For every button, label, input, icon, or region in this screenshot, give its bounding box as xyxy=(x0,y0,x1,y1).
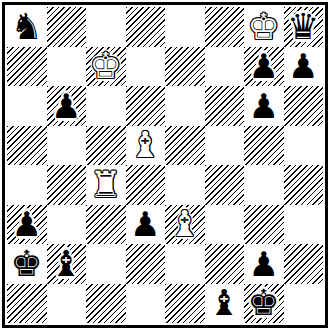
square-a5[interactable] xyxy=(7,126,47,166)
square-f8[interactable] xyxy=(205,7,245,47)
square-b5[interactable] xyxy=(47,126,87,166)
square-d5[interactable]: ♝ xyxy=(126,126,166,166)
square-c8[interactable] xyxy=(86,7,126,47)
square-f1[interactable]: ♝ xyxy=(205,284,245,324)
piece-black-pawn[interactable]: ♟ xyxy=(51,89,81,123)
square-f2[interactable] xyxy=(205,244,245,284)
chess-diagram: ♞♚♛♚♟♟♟♟♝♜♟♟♝♚♝♟♝♚ xyxy=(0,0,332,332)
square-e3[interactable]: ♝ xyxy=(165,205,205,245)
piece-white-king[interactable]: ♚ xyxy=(90,48,122,84)
piece-black-pawn[interactable]: ♟ xyxy=(288,49,318,83)
piece-white-bishop[interactable]: ♝ xyxy=(169,206,201,242)
square-b4[interactable] xyxy=(47,165,87,205)
piece-black-king[interactable]: ♚ xyxy=(248,285,280,321)
square-c2[interactable] xyxy=(86,244,126,284)
square-h3[interactable] xyxy=(284,205,324,245)
square-g2[interactable]: ♟ xyxy=(244,244,284,284)
square-h2[interactable] xyxy=(284,244,324,284)
square-h4[interactable] xyxy=(284,165,324,205)
square-d8[interactable] xyxy=(126,7,166,47)
square-d3[interactable]: ♟ xyxy=(126,205,166,245)
square-c3[interactable] xyxy=(86,205,126,245)
square-c1[interactable] xyxy=(86,284,126,324)
square-d4[interactable] xyxy=(126,165,166,205)
square-f3[interactable] xyxy=(205,205,245,245)
square-g3[interactable] xyxy=(244,205,284,245)
square-a8[interactable]: ♞ xyxy=(7,7,47,47)
square-g5[interactable] xyxy=(244,126,284,166)
piece-black-king[interactable]: ♚ xyxy=(11,246,43,282)
square-a7[interactable] xyxy=(7,47,47,87)
square-g7[interactable]: ♟ xyxy=(244,47,284,87)
square-f4[interactable] xyxy=(205,165,245,205)
square-a6[interactable] xyxy=(7,86,47,126)
square-c7[interactable]: ♚ xyxy=(86,47,126,87)
piece-black-pawn[interactable]: ♟ xyxy=(130,207,160,241)
piece-white-rook[interactable]: ♜ xyxy=(90,167,122,203)
square-b1[interactable] xyxy=(47,284,87,324)
square-f7[interactable] xyxy=(205,47,245,87)
square-c5[interactable] xyxy=(86,126,126,166)
piece-black-knight[interactable]: ♞ xyxy=(11,9,43,45)
square-b2[interactable]: ♝ xyxy=(47,244,87,284)
square-e2[interactable] xyxy=(165,244,205,284)
square-b7[interactable] xyxy=(47,47,87,87)
square-f5[interactable] xyxy=(205,126,245,166)
square-g1[interactable]: ♚ xyxy=(244,284,284,324)
square-a4[interactable] xyxy=(7,165,47,205)
piece-black-bishop[interactable]: ♝ xyxy=(50,246,82,282)
square-a1[interactable] xyxy=(7,284,47,324)
square-f6[interactable] xyxy=(205,86,245,126)
square-g6[interactable]: ♟ xyxy=(244,86,284,126)
piece-white-bishop[interactable]: ♝ xyxy=(129,127,161,163)
square-c4[interactable]: ♜ xyxy=(86,165,126,205)
square-b6[interactable]: ♟ xyxy=(47,86,87,126)
square-e1[interactable] xyxy=(165,284,205,324)
square-e4[interactable] xyxy=(165,165,205,205)
square-d6[interactable] xyxy=(126,86,166,126)
piece-black-pawn[interactable]: ♟ xyxy=(249,247,279,281)
piece-white-king[interactable]: ♚ xyxy=(248,9,280,45)
square-e8[interactable] xyxy=(165,7,205,47)
square-h5[interactable] xyxy=(284,126,324,166)
square-a3[interactable]: ♟ xyxy=(7,205,47,245)
square-b8[interactable] xyxy=(47,7,87,47)
square-b3[interactable] xyxy=(47,205,87,245)
square-g4[interactable] xyxy=(244,165,284,205)
square-a2[interactable]: ♚ xyxy=(7,244,47,284)
square-d1[interactable] xyxy=(126,284,166,324)
square-c6[interactable] xyxy=(86,86,126,126)
piece-black-pawn[interactable]: ♟ xyxy=(12,207,42,241)
piece-black-pawn[interactable]: ♟ xyxy=(249,89,279,123)
square-e6[interactable] xyxy=(165,86,205,126)
square-h8[interactable]: ♛ xyxy=(284,7,324,47)
square-h1[interactable] xyxy=(284,284,324,324)
square-h6[interactable] xyxy=(284,86,324,126)
chess-board: ♞♚♛♚♟♟♟♟♝♜♟♟♝♚♝♟♝♚ xyxy=(7,7,323,323)
piece-black-queen[interactable]: ♛ xyxy=(287,9,319,45)
board-frame: ♞♚♛♚♟♟♟♟♝♜♟♟♝♚♝♟♝♚ xyxy=(2,2,328,328)
square-g8[interactable]: ♚ xyxy=(244,7,284,47)
square-d2[interactable] xyxy=(126,244,166,284)
square-e7[interactable] xyxy=(165,47,205,87)
square-d7[interactable] xyxy=(126,47,166,87)
square-h7[interactable]: ♟ xyxy=(284,47,324,87)
piece-black-pawn[interactable]: ♟ xyxy=(249,49,279,83)
piece-black-bishop[interactable]: ♝ xyxy=(208,285,240,321)
square-e5[interactable] xyxy=(165,126,205,166)
